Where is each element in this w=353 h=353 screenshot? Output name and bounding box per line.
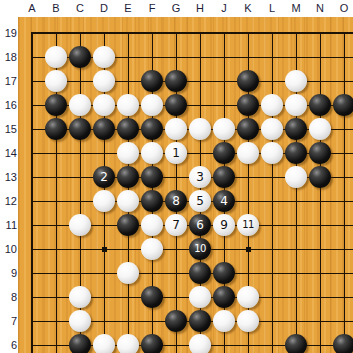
black-stone[interactable]: [237, 94, 259, 116]
row-label: 11: [0, 218, 17, 232]
column-label: M: [286, 1, 306, 16]
white-stone[interactable]: [237, 310, 259, 332]
black-stone[interactable]: [117, 166, 139, 188]
black-stone[interactable]: [213, 166, 235, 188]
black-stone[interactable]: [309, 94, 331, 116]
row-label: 8: [0, 290, 17, 304]
column-label: F: [142, 1, 162, 16]
white-stone[interactable]: [189, 118, 211, 140]
row-label: 12: [0, 194, 17, 208]
black-stone[interactable]: [69, 334, 91, 353]
white-stone[interactable]: [261, 142, 283, 164]
move-number: 7: [172, 219, 180, 231]
black-stone[interactable]: [69, 118, 91, 140]
white-stone[interactable]: [141, 94, 163, 116]
white-stone[interactable]: [141, 142, 163, 164]
white-stone[interactable]: [93, 190, 115, 212]
black-stone[interactable]: [117, 214, 139, 236]
white-stone[interactable]: [261, 118, 283, 140]
black-stone[interactable]: [213, 262, 235, 284]
white-stone[interactable]: [117, 262, 139, 284]
white-stone[interactable]: 9: [213, 214, 235, 236]
white-stone[interactable]: 1: [165, 142, 187, 164]
white-stone[interactable]: [141, 214, 163, 236]
column-label: K: [238, 1, 258, 16]
black-stone[interactable]: [237, 118, 259, 140]
white-stone[interactable]: [261, 94, 283, 116]
column-label: J: [214, 1, 234, 16]
white-stone[interactable]: [285, 94, 307, 116]
white-stone[interactable]: [213, 118, 235, 140]
grid-line-horizontal: [31, 32, 353, 34]
black-stone[interactable]: 4: [213, 190, 235, 212]
black-stone[interactable]: 8: [165, 190, 187, 212]
white-stone[interactable]: [45, 46, 67, 68]
white-stone[interactable]: [309, 118, 331, 140]
white-stone[interactable]: [117, 94, 139, 116]
white-stone[interactable]: [141, 238, 163, 260]
black-stone[interactable]: [189, 310, 211, 332]
black-stone[interactable]: [285, 334, 307, 353]
black-stone[interactable]: [141, 70, 163, 92]
go-board-screen: ABCDEFGHJKLMNO19181716151413121110987612…: [0, 0, 353, 353]
black-stone[interactable]: [309, 142, 331, 164]
white-stone[interactable]: [117, 142, 139, 164]
white-stone[interactable]: [189, 286, 211, 308]
move-number: 9: [220, 219, 228, 231]
white-stone[interactable]: [93, 46, 115, 68]
black-stone[interactable]: 10: [189, 238, 211, 260]
row-label: 19: [0, 26, 17, 40]
black-stone[interactable]: [45, 94, 67, 116]
white-stone[interactable]: [117, 334, 139, 353]
move-number: 10: [194, 243, 206, 255]
move-number: 3: [196, 171, 204, 183]
move-number: 1: [172, 147, 180, 159]
white-stone[interactable]: [237, 286, 259, 308]
black-stone[interactable]: [45, 118, 67, 140]
white-stone[interactable]: [93, 94, 115, 116]
row-label: 7: [0, 314, 17, 328]
black-stone[interactable]: [165, 70, 187, 92]
move-number: 5: [196, 195, 204, 207]
row-label: 6: [0, 338, 17, 352]
white-stone[interactable]: [93, 70, 115, 92]
white-stone[interactable]: [69, 94, 91, 116]
white-stone[interactable]: [69, 214, 91, 236]
black-stone[interactable]: [333, 94, 353, 116]
black-stone[interactable]: [141, 286, 163, 308]
move-number: 6: [196, 219, 204, 231]
black-stone[interactable]: [213, 142, 235, 164]
column-label: B: [46, 1, 66, 16]
move-number: 8: [172, 195, 180, 207]
white-stone[interactable]: [285, 166, 307, 188]
row-label: 9: [0, 266, 17, 280]
row-label: 16: [0, 98, 17, 112]
black-stone[interactable]: [285, 118, 307, 140]
black-stone[interactable]: 6: [189, 214, 211, 236]
star-point: [246, 247, 251, 252]
white-stone[interactable]: [117, 190, 139, 212]
column-label: C: [70, 1, 90, 16]
column-label: A: [22, 1, 42, 16]
black-stone[interactable]: [165, 94, 187, 116]
black-stone[interactable]: [93, 118, 115, 140]
black-stone[interactable]: [237, 70, 259, 92]
white-stone[interactable]: [189, 334, 211, 353]
column-label: L: [262, 1, 282, 16]
black-stone[interactable]: [165, 310, 187, 332]
white-stone[interactable]: 5: [189, 190, 211, 212]
white-stone[interactable]: 7: [165, 214, 187, 236]
black-stone[interactable]: 2: [93, 166, 115, 188]
column-label: G: [166, 1, 186, 16]
row-label: 18: [0, 50, 17, 64]
column-label: D: [94, 1, 114, 16]
star-point: [102, 247, 107, 252]
black-stone[interactable]: [213, 286, 235, 308]
black-stone[interactable]: [285, 142, 307, 164]
black-stone[interactable]: [141, 190, 163, 212]
move-number: 2: [100, 171, 108, 183]
white-stone[interactable]: [69, 310, 91, 332]
white-stone[interactable]: [237, 142, 259, 164]
black-stone[interactable]: [117, 118, 139, 140]
black-stone[interactable]: [141, 118, 163, 140]
row-label: 14: [0, 146, 17, 160]
column-label: O: [334, 1, 353, 16]
column-label: H: [190, 1, 210, 16]
white-stone[interactable]: [285, 70, 307, 92]
white-stone[interactable]: 11: [237, 214, 259, 236]
black-stone[interactable]: [189, 262, 211, 284]
row-label: 10: [0, 242, 17, 256]
white-stone[interactable]: [45, 70, 67, 92]
move-number: 11: [242, 219, 254, 231]
black-stone[interactable]: [309, 166, 331, 188]
white-stone[interactable]: [165, 118, 187, 140]
black-stone[interactable]: [69, 46, 91, 68]
move-number: 4: [220, 195, 228, 207]
white-stone[interactable]: [69, 286, 91, 308]
white-stone[interactable]: 3: [189, 166, 211, 188]
column-label: N: [310, 1, 330, 16]
row-label: 13: [0, 170, 17, 184]
black-stone[interactable]: [141, 166, 163, 188]
row-label: 17: [0, 74, 17, 88]
white-stone[interactable]: [93, 334, 115, 353]
black-stone[interactable]: [141, 334, 163, 353]
black-stone[interactable]: [333, 334, 353, 353]
row-label: 15: [0, 122, 17, 136]
column-label: E: [118, 1, 138, 16]
white-stone[interactable]: [213, 310, 235, 332]
